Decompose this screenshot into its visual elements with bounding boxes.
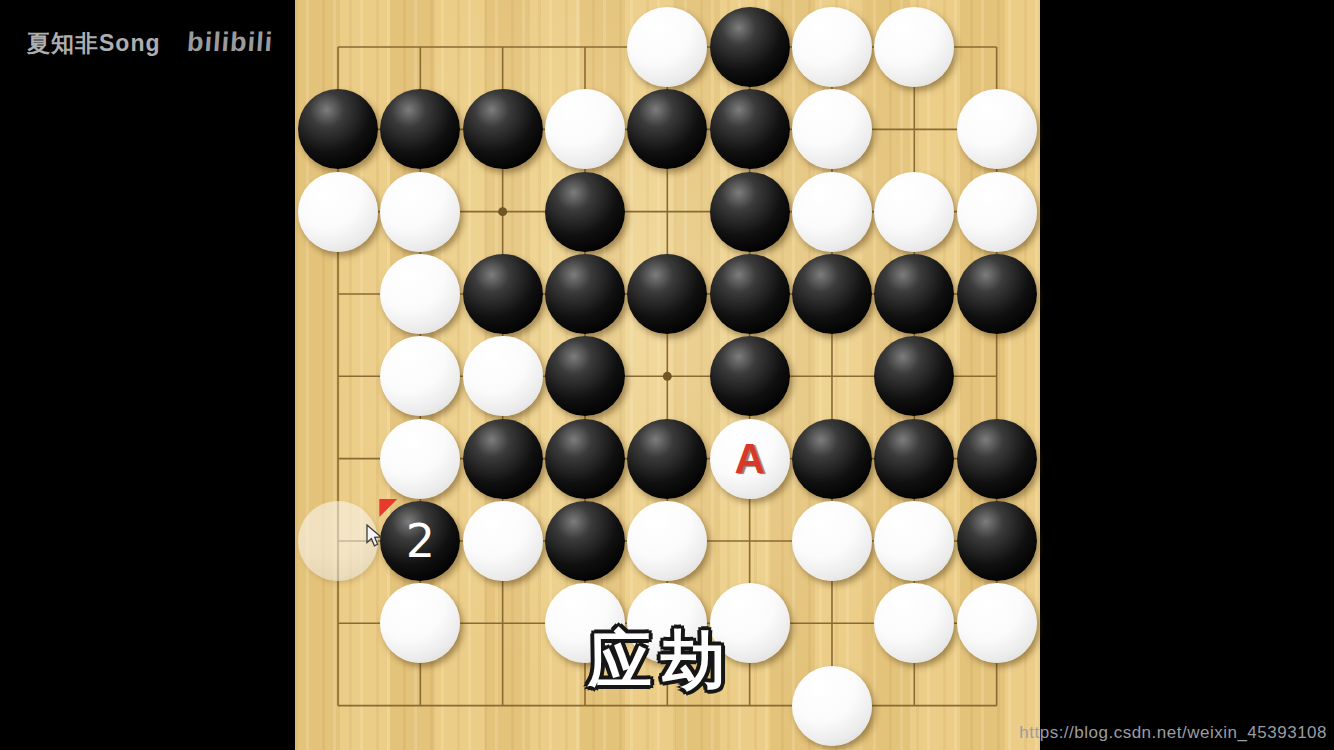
black-stone — [792, 254, 872, 334]
black-stone — [463, 254, 543, 334]
white-stone — [627, 501, 707, 581]
black-stone — [545, 419, 625, 499]
stone-letter-label: A — [734, 438, 764, 480]
white-stone — [792, 666, 872, 746]
channel-name: 夏知非Song — [27, 28, 161, 59]
black-stone: 2 — [380, 501, 460, 581]
white-stone — [874, 172, 954, 252]
white-stone — [463, 336, 543, 416]
white-stone — [874, 501, 954, 581]
white-stone — [380, 254, 460, 334]
black-stone — [627, 254, 707, 334]
white-stone — [957, 583, 1037, 663]
black-stone — [463, 89, 543, 169]
white-stone: A — [710, 419, 790, 499]
white-stone — [792, 172, 872, 252]
black-stone — [710, 336, 790, 416]
black-stone — [710, 89, 790, 169]
black-stone — [545, 501, 625, 581]
white-stone — [792, 89, 872, 169]
white-stone — [874, 7, 954, 87]
black-stone — [710, 254, 790, 334]
black-stone — [545, 336, 625, 416]
star-point — [498, 207, 507, 216]
black-stone — [957, 419, 1037, 499]
star-point — [663, 372, 672, 381]
video-frame: A2应劫 夏知非Song bilibili https://blog.csdn.… — [0, 0, 1334, 750]
white-stone — [298, 172, 378, 252]
white-stone — [957, 89, 1037, 169]
white-stone — [380, 172, 460, 252]
go-board[interactable]: A2应劫 — [295, 0, 1040, 750]
black-stone — [957, 254, 1037, 334]
url-watermark: https://blog.csdn.net/weixin_45393108 — [1019, 723, 1327, 743]
white-stone — [380, 419, 460, 499]
bilibili-logo: bilibili — [185, 27, 273, 58]
move-number-label: 2 — [406, 518, 435, 564]
channel-overlay: 夏知非Song bilibili — [27, 27, 273, 59]
black-stone — [710, 7, 790, 87]
black-stone — [463, 419, 543, 499]
white-stone — [792, 7, 872, 87]
white-stone — [463, 501, 543, 581]
black-stone — [627, 419, 707, 499]
ko-caption: 应劫 — [588, 617, 734, 704]
black-stone — [710, 172, 790, 252]
black-stone — [792, 419, 872, 499]
black-stone — [545, 254, 625, 334]
black-stone — [874, 254, 954, 334]
mouse-cursor-icon — [366, 524, 384, 549]
white-stone — [545, 89, 625, 169]
white-stone — [957, 172, 1037, 252]
white-stone — [627, 7, 707, 87]
black-stone — [545, 172, 625, 252]
black-stone — [298, 89, 378, 169]
white-stone — [792, 501, 872, 581]
black-stone — [957, 501, 1037, 581]
black-stone — [874, 419, 954, 499]
